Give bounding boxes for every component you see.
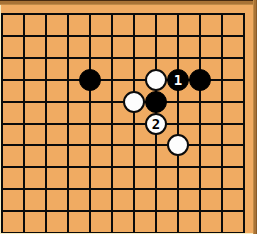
stone-black-move-1: 1 [167,69,189,91]
grid-hline [1,123,245,125]
move-number-label: 1 [174,73,182,87]
stone-black [189,69,211,91]
crop-border-left [0,4,1,234]
grid-hline [1,188,245,190]
grid-hline [1,144,245,146]
grid-hline [1,35,245,37]
crop-border-bottom [0,233,254,234]
grid-hline [1,210,245,212]
grid-hline [1,166,245,168]
stone-black [79,69,101,91]
go-board-diagram: 12 [0,0,257,234]
stone-white [123,91,145,113]
grid-hline [1,57,245,59]
stone-white-move-2: 2 [145,113,167,135]
grid-hline [1,13,245,15]
stone-black [145,91,167,113]
stone-white [145,69,167,91]
stone-white [167,134,189,156]
board-edge-right [253,0,257,234]
board-edge-top [0,0,257,5]
move-number-label: 2 [152,117,160,131]
